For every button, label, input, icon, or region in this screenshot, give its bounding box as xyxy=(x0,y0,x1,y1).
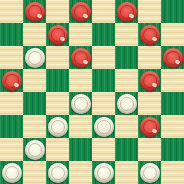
square-b1[interactable] xyxy=(23,161,46,184)
white-man[interactable] xyxy=(25,140,45,160)
square-b4[interactable] xyxy=(23,92,46,115)
white-man[interactable] xyxy=(48,163,68,183)
square-e6[interactable] xyxy=(92,46,115,69)
square-a5[interactable] xyxy=(0,69,23,92)
square-c6[interactable] xyxy=(46,46,69,69)
square-g4[interactable] xyxy=(138,92,161,115)
white-man[interactable] xyxy=(140,163,160,183)
square-c8[interactable] xyxy=(46,0,69,23)
square-f1[interactable] xyxy=(115,161,138,184)
red-man[interactable] xyxy=(48,25,68,45)
square-a2[interactable] xyxy=(0,138,23,161)
square-e4[interactable] xyxy=(92,92,115,115)
square-d1[interactable] xyxy=(69,161,92,184)
square-c2[interactable] xyxy=(46,138,69,161)
square-d4[interactable] xyxy=(69,92,92,115)
square-h4[interactable] xyxy=(161,92,184,115)
red-man[interactable] xyxy=(71,2,91,22)
red-man[interactable] xyxy=(2,71,22,91)
square-g3[interactable] xyxy=(138,115,161,138)
square-f7[interactable] xyxy=(115,23,138,46)
square-c3[interactable] xyxy=(46,115,69,138)
square-d8[interactable] xyxy=(69,0,92,23)
red-man[interactable] xyxy=(25,2,45,22)
square-e2[interactable] xyxy=(92,138,115,161)
square-c5[interactable] xyxy=(46,69,69,92)
square-b2[interactable] xyxy=(23,138,46,161)
checkers-board xyxy=(0,0,184,184)
white-man[interactable] xyxy=(48,117,68,137)
red-man[interactable] xyxy=(140,25,160,45)
square-d3[interactable] xyxy=(69,115,92,138)
white-man[interactable] xyxy=(25,48,45,68)
square-e5[interactable] xyxy=(92,69,115,92)
square-h5[interactable] xyxy=(161,69,184,92)
square-h2[interactable] xyxy=(161,138,184,161)
square-g7[interactable] xyxy=(138,23,161,46)
square-g5[interactable] xyxy=(138,69,161,92)
white-man[interactable] xyxy=(2,163,22,183)
square-f5[interactable] xyxy=(115,69,138,92)
square-a6[interactable] xyxy=(0,46,23,69)
red-man[interactable] xyxy=(140,71,160,91)
square-g1[interactable] xyxy=(138,161,161,184)
square-a7[interactable] xyxy=(0,23,23,46)
square-h3[interactable] xyxy=(161,115,184,138)
square-d7[interactable] xyxy=(69,23,92,46)
red-man[interactable] xyxy=(163,48,183,68)
square-b7[interactable] xyxy=(23,23,46,46)
square-f4[interactable] xyxy=(115,92,138,115)
square-g8[interactable] xyxy=(138,0,161,23)
square-d2[interactable] xyxy=(69,138,92,161)
red-man[interactable] xyxy=(140,117,160,137)
square-b3[interactable] xyxy=(23,115,46,138)
square-b5[interactable] xyxy=(23,69,46,92)
square-e8[interactable] xyxy=(92,0,115,23)
square-a3[interactable] xyxy=(0,115,23,138)
square-g2[interactable] xyxy=(138,138,161,161)
square-d6[interactable] xyxy=(69,46,92,69)
square-c4[interactable] xyxy=(46,92,69,115)
square-a1[interactable] xyxy=(0,161,23,184)
white-man[interactable] xyxy=(94,163,114,183)
red-man[interactable] xyxy=(71,48,91,68)
white-man[interactable] xyxy=(117,94,137,114)
square-h6[interactable] xyxy=(161,46,184,69)
square-c1[interactable] xyxy=(46,161,69,184)
square-a8[interactable] xyxy=(0,0,23,23)
red-man[interactable] xyxy=(117,2,137,22)
square-h1[interactable] xyxy=(161,161,184,184)
square-e3[interactable] xyxy=(92,115,115,138)
square-g6[interactable] xyxy=(138,46,161,69)
white-man[interactable] xyxy=(94,117,114,137)
square-f6[interactable] xyxy=(115,46,138,69)
square-b6[interactable] xyxy=(23,46,46,69)
square-f2[interactable] xyxy=(115,138,138,161)
white-man[interactable] xyxy=(71,94,91,114)
square-f3[interactable] xyxy=(115,115,138,138)
square-c7[interactable] xyxy=(46,23,69,46)
square-e7[interactable] xyxy=(92,23,115,46)
square-h8[interactable] xyxy=(161,0,184,23)
square-b8[interactable] xyxy=(23,0,46,23)
square-e1[interactable] xyxy=(92,161,115,184)
square-f8[interactable] xyxy=(115,0,138,23)
square-h7[interactable] xyxy=(161,23,184,46)
square-a4[interactable] xyxy=(0,92,23,115)
square-d5[interactable] xyxy=(69,69,92,92)
